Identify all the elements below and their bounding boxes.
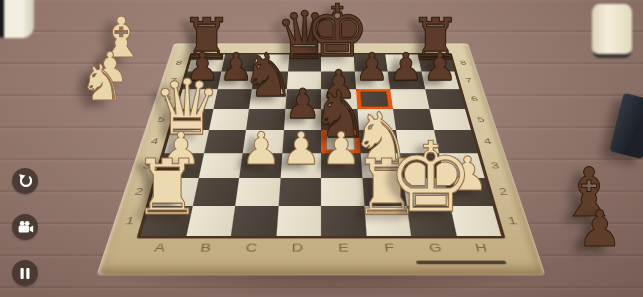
- box-decor: [609, 93, 643, 159]
- w-r-a1[interactable]: ♜: [133, 151, 202, 228]
- pause-icon: [19, 267, 31, 280]
- file-label-A: A: [135, 241, 184, 255]
- file-label-B: B: [182, 241, 230, 255]
- camera-button[interactable]: [12, 214, 38, 240]
- candle-decor: [592, 4, 632, 58]
- w-k-g1[interactable]: ♚: [388, 131, 475, 228]
- square-c2[interactable]: [235, 178, 280, 206]
- file-label-D: D: [275, 241, 321, 255]
- video-camera-icon: [17, 220, 34, 235]
- cup-decor: [0, 0, 34, 38]
- square-b3[interactable]: [198, 153, 243, 178]
- file-label-C: C: [228, 241, 275, 255]
- undo-button[interactable]: [12, 168, 38, 194]
- frame-groove-decor: [416, 261, 507, 265]
- captured-white-n: ♞: [80, 58, 125, 108]
- square-d2[interactable]: [278, 178, 321, 206]
- b-p-h7[interactable]: ♟: [423, 48, 457, 86]
- file-label-F: F: [366, 241, 413, 255]
- file-label-H: H: [457, 241, 506, 255]
- square-d1[interactable]: [276, 206, 321, 236]
- game-screen: ABCDEFGH8877665544332211 ♜♛♚♜♟♟♟♟♟♞♟♟♞♛♟…: [0, 0, 643, 297]
- square-h6[interactable]: [425, 89, 465, 109]
- square-c1[interactable]: [231, 206, 278, 236]
- captured-black-p: ♟: [578, 204, 623, 254]
- undo-arrow-icon: [17, 173, 33, 189]
- file-label-E: E: [321, 241, 367, 255]
- file-label-G: G: [412, 241, 460, 255]
- pause-button[interactable]: [12, 260, 38, 286]
- b-p-g7[interactable]: ♟: [389, 48, 423, 86]
- w-p-d3[interactable]: ♟: [281, 127, 321, 172]
- w-p-c3[interactable]: ♟: [241, 127, 281, 172]
